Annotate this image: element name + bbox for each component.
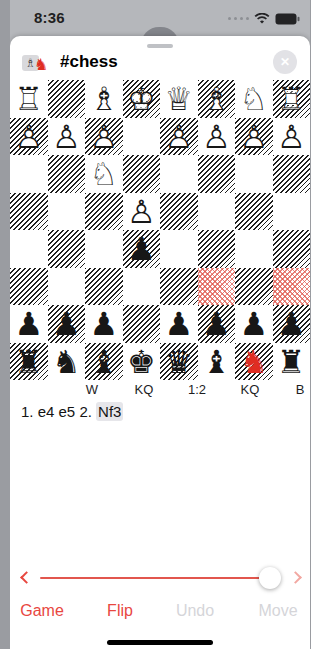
square-h1[interactable]: ♜♖ (10, 80, 48, 118)
square-b7[interactable]: ♟ (235, 305, 273, 343)
white-knight-b1[interactable]: ♞♘ (235, 80, 273, 118)
slider-track[interactable] (40, 577, 272, 579)
black-pawn-c7[interactable]: ♟ (198, 305, 236, 343)
white-pawn-d2[interactable]: ♟♙ (160, 118, 198, 156)
piece-outline: ♙ (48, 118, 86, 156)
white-bishop-c1[interactable]: ♝♗ (198, 80, 236, 118)
bottom-toolbar: GameFlipUndoMove (10, 602, 310, 622)
black-pawn-h7[interactable]: ♟ (10, 305, 48, 343)
castling-status-strip: WKQ1:2KQB (10, 382, 310, 400)
clock: 8:36 (34, 9, 65, 26)
square-c8[interactable]: ♝ (198, 343, 236, 381)
black-knight-b8[interactable]: ♞ (235, 343, 273, 381)
square-d7[interactable]: ♟ (160, 305, 198, 343)
chess-board: ♜♖♝♗♚♔♛♕♝♗♞♘♜♖♟♙♟♙♟♙♟♙♟♙♟♙♟♙♞♘♟♙♟♟♟♟♟♟♟♟… (10, 80, 310, 380)
square-a3[interactable] (273, 155, 311, 193)
square-c4[interactable] (198, 193, 236, 231)
square-h7[interactable]: ♟ (10, 305, 48, 343)
cellular-signal-icon (228, 17, 249, 23)
white-knight-f3[interactable]: ♞♘ (85, 155, 123, 193)
square-a7[interactable]: ♟ (273, 305, 311, 343)
square-e7[interactable] (123, 305, 161, 343)
square-e5[interactable]: ♟ (123, 230, 161, 268)
square-e6[interactable] (123, 268, 161, 306)
square-f7[interactable]: ♟ (85, 305, 123, 343)
square-c3[interactable] (198, 155, 236, 193)
square-d5[interactable] (160, 230, 198, 268)
piece-outline: ♔ (123, 80, 161, 118)
status-icons (228, 11, 300, 29)
sheet-header: ♗ ♞ #chess ✕ (22, 50, 298, 80)
square-b8[interactable]: ♞ (235, 343, 273, 381)
square-a4[interactable] (273, 193, 311, 231)
black-bishop-c8[interactable]: ♝ (198, 343, 236, 381)
move-slider (10, 565, 310, 591)
square-g8[interactable]: ♞ (48, 343, 86, 381)
square-g5[interactable] (48, 230, 86, 268)
status-label-3: KQ (241, 382, 260, 397)
square-b3[interactable] (235, 155, 273, 193)
square-h2[interactable]: ♟♙ (10, 118, 48, 156)
square-h3[interactable] (10, 155, 48, 193)
status-label-2: 1:2 (188, 382, 206, 397)
step-back-chevron-icon[interactable] (20, 571, 33, 584)
square-f1[interactable]: ♝♗ (85, 80, 123, 118)
sheet-grabber-handle[interactable] (147, 44, 173, 48)
square-g6[interactable] (48, 268, 86, 306)
status-label-0: W (86, 382, 98, 397)
white-bishop-f1[interactable]: ♝♗ (85, 80, 123, 118)
black-pawn-a7[interactable]: ♟ (273, 305, 311, 343)
square-e4[interactable]: ♟♙ (123, 193, 161, 231)
square-a8[interactable]: ♜ (273, 343, 311, 381)
square-h8[interactable]: ♜ (10, 343, 48, 381)
current-move-highlight: Nf3 (96, 402, 123, 421)
square-f5[interactable] (85, 230, 123, 268)
piece-outline: ♘ (235, 80, 273, 118)
square-g7[interactable]: ♟ (48, 305, 86, 343)
square-a1[interactable]: ♜♖ (273, 80, 311, 118)
white-pawn-b2[interactable]: ♟♙ (235, 118, 273, 156)
square-g2[interactable]: ♟♙ (48, 118, 86, 156)
square-b4[interactable] (235, 193, 273, 231)
square-f8[interactable]: ♝ (85, 343, 123, 381)
piece-outline: ♙ (273, 118, 311, 156)
square-h4[interactable] (10, 193, 48, 231)
piece-outline: ♖ (10, 80, 48, 118)
status-label-1: KQ (135, 382, 154, 397)
piece-outline: ♙ (160, 118, 198, 156)
black-pawn-e5[interactable]: ♟ (123, 230, 161, 268)
square-c6[interactable] (198, 268, 236, 306)
white-pawn-f2[interactable]: ♟♙ (85, 118, 123, 156)
square-c1[interactable]: ♝♗ (198, 80, 236, 118)
square-f4[interactable] (85, 193, 123, 231)
black-rook-a8[interactable]: ♜ (273, 343, 311, 381)
square-b1[interactable]: ♞♘ (235, 80, 273, 118)
white-rook-a1[interactable]: ♜♖ (273, 80, 311, 118)
black-king-e8[interactable]: ♚ (123, 343, 161, 381)
move-list[interactable]: 1. e4 e5 2. Nf3 (21, 403, 123, 420)
game-button[interactable]: Game (20, 602, 64, 620)
black-pawn-f7[interactable]: ♟ (85, 305, 123, 343)
black-bishop-f8[interactable]: ♝ (85, 343, 123, 381)
square-b6[interactable] (235, 268, 273, 306)
flip-button[interactable]: Flip (107, 602, 133, 620)
square-d6[interactable] (160, 268, 198, 306)
black-pawn-g7[interactable]: ♟ (48, 305, 86, 343)
piece-outline: ♖ (273, 80, 311, 118)
square-d2[interactable]: ♟♙ (160, 118, 198, 156)
square-c2[interactable]: ♟♙ (198, 118, 236, 156)
square-e3[interactable] (123, 155, 161, 193)
square-a5[interactable] (273, 230, 311, 268)
white-pawn-g2[interactable]: ♟♙ (48, 118, 86, 156)
piece-outline: ♗ (198, 80, 236, 118)
square-e1[interactable]: ♚♔ (123, 80, 161, 118)
piece-outline: ♙ (235, 118, 273, 156)
square-d1[interactable]: ♛♕ (160, 80, 198, 118)
square-b5[interactable] (235, 230, 273, 268)
square-e8[interactable]: ♚ (123, 343, 161, 381)
status-label-4: B (296, 382, 305, 397)
square-d8[interactable]: ♛ (160, 343, 198, 381)
piece-outline: ♙ (10, 118, 48, 156)
imessage-app-sheet: ♗ ♞ #chess ✕ ♜♖♝♗♚♔♛♕♝♗♞♘♜♖♟♙♟♙♟♙♟♙♟♙♟♙♟… (10, 36, 310, 649)
white-queen-d1[interactable]: ♛♕ (160, 80, 198, 118)
black-queen-d8[interactable]: ♛ (160, 343, 198, 381)
red-knight-icon: ♞ (34, 56, 48, 74)
square-c7[interactable]: ♟ (198, 305, 236, 343)
battery-icon (275, 11, 300, 29)
white-pawn-c2[interactable]: ♟♙ (198, 118, 236, 156)
white-pawn-e4[interactable]: ♟♙ (123, 193, 161, 231)
black-pawn-d7[interactable]: ♟ (160, 305, 198, 343)
page-title: #chess (60, 52, 118, 72)
screen: 8:36 ♗ ♞ (10, 0, 310, 649)
piece-outline: ♗ (85, 80, 123, 118)
close-button[interactable]: ✕ (273, 50, 297, 74)
square-g4[interactable] (48, 193, 86, 231)
home-indicator[interactable] (107, 640, 213, 645)
white-rook-h1[interactable]: ♜♖ (10, 80, 48, 118)
step-forward-chevron-icon[interactable] (289, 571, 302, 584)
square-d3[interactable] (160, 155, 198, 193)
move-button: Move (258, 602, 297, 620)
white-pawn-h2[interactable]: ♟♙ (10, 118, 48, 156)
square-a6[interactable] (273, 268, 311, 306)
square-g3[interactable] (48, 155, 86, 193)
square-h6[interactable] (10, 268, 48, 306)
square-f6[interactable] (85, 268, 123, 306)
move-text: 1. e4 e5 2. (21, 403, 96, 420)
square-e2[interactable] (123, 118, 161, 156)
square-f3[interactable]: ♞♘ (85, 155, 123, 193)
square-h5[interactable] (10, 230, 48, 268)
square-g1[interactable] (48, 80, 86, 118)
wifi-icon (254, 11, 270, 29)
piece-outline: ♙ (123, 193, 161, 231)
square-a2[interactable]: ♟♙ (273, 118, 311, 156)
square-c5[interactable] (198, 230, 236, 268)
black-rook-h8[interactable]: ♜ (10, 343, 48, 381)
square-d4[interactable] (160, 193, 198, 231)
black-pawn-b7[interactable]: ♟ (235, 305, 273, 343)
chess-app-icon: ♗ ♞ (22, 53, 54, 75)
piece-outline: ♕ (160, 80, 198, 118)
black-knight-g8[interactable]: ♞ (48, 343, 86, 381)
piece-outline: ♙ (198, 118, 236, 156)
white-pawn-a2[interactable]: ♟♙ (273, 118, 311, 156)
slider-thumb[interactable] (259, 567, 281, 589)
piece-outline: ♘ (85, 155, 123, 193)
undo-button: Undo (176, 602, 214, 620)
piece-outline: ♙ (85, 118, 123, 156)
square-b2[interactable]: ♟♙ (235, 118, 273, 156)
square-f2[interactable]: ♟♙ (85, 118, 123, 156)
white-king-e1[interactable]: ♚♔ (123, 80, 161, 118)
